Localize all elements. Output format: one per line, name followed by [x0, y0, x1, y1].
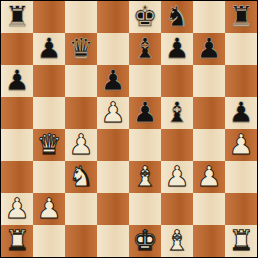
black-pawn[interactable]: ♟: [132, 97, 157, 129]
square-c3[interactable]: ♞: [65, 161, 97, 193]
square-e7[interactable]: ♝: [129, 33, 161, 65]
white-bishop[interactable]: ♝: [164, 225, 189, 257]
square-h5[interactable]: ♟: [225, 97, 257, 129]
square-g3[interactable]: ♟: [193, 161, 225, 193]
square-a5[interactable]: [1, 97, 33, 129]
black-pawn[interactable]: ♟: [100, 65, 125, 97]
black-queen[interactable]: ♛: [68, 33, 93, 65]
square-c8[interactable]: [65, 1, 97, 33]
square-h7[interactable]: [225, 33, 257, 65]
square-d5[interactable]: ♟: [97, 97, 129, 129]
square-d8[interactable]: [97, 1, 129, 33]
square-e8[interactable]: ♚: [129, 1, 161, 33]
square-g1[interactable]: [193, 225, 225, 257]
black-bishop[interactable]: ♝: [132, 33, 157, 65]
black-king[interactable]: ♚: [132, 1, 157, 33]
square-g4[interactable]: [193, 129, 225, 161]
black-rook[interactable]: ♜: [228, 1, 253, 33]
black-rook[interactable]: ♜: [4, 1, 29, 33]
square-e6[interactable]: [129, 65, 161, 97]
square-f7[interactable]: ♟: [161, 33, 193, 65]
square-e4[interactable]: [129, 129, 161, 161]
square-c2[interactable]: [65, 193, 97, 225]
square-f3[interactable]: ♟: [161, 161, 193, 193]
square-b1[interactable]: [33, 225, 65, 257]
black-pawn[interactable]: ♟: [164, 33, 189, 65]
square-d6[interactable]: ♟: [97, 65, 129, 97]
square-b6[interactable]: [33, 65, 65, 97]
white-king[interactable]: ♚: [132, 225, 157, 257]
square-g5[interactable]: [193, 97, 225, 129]
board-grid: ♜♚♞♜♟♛♝♟♟♟♟♟♟♝♟♛♟♟♞♝♟♟♟♟♜♚♝♜: [1, 1, 257, 257]
square-e2[interactable]: [129, 193, 161, 225]
square-b5[interactable]: [33, 97, 65, 129]
square-g8[interactable]: [193, 1, 225, 33]
square-d7[interactable]: [97, 33, 129, 65]
black-pawn[interactable]: ♟: [4, 65, 29, 97]
square-c6[interactable]: [65, 65, 97, 97]
white-pawn[interactable]: ♟: [228, 129, 253, 161]
square-f1[interactable]: ♝: [161, 225, 193, 257]
square-d4[interactable]: [97, 129, 129, 161]
white-pawn[interactable]: ♟: [164, 161, 189, 193]
white-pawn[interactable]: ♟: [36, 193, 61, 225]
square-c7[interactable]: ♛: [65, 33, 97, 65]
square-e5[interactable]: ♟: [129, 97, 161, 129]
black-pawn[interactable]: ♟: [36, 33, 61, 65]
square-d3[interactable]: [97, 161, 129, 193]
white-pawn[interactable]: ♟: [100, 97, 125, 129]
square-a2[interactable]: ♟: [1, 193, 33, 225]
square-c5[interactable]: [65, 97, 97, 129]
white-rook[interactable]: ♜: [228, 225, 253, 257]
square-e1[interactable]: ♚: [129, 225, 161, 257]
black-pawn[interactable]: ♟: [228, 97, 253, 129]
square-h8[interactable]: ♜: [225, 1, 257, 33]
square-c4[interactable]: ♟: [65, 129, 97, 161]
square-f8[interactable]: ♞: [161, 1, 193, 33]
square-b8[interactable]: [33, 1, 65, 33]
square-f5[interactable]: ♝: [161, 97, 193, 129]
white-rook[interactable]: ♜: [4, 225, 29, 257]
square-a6[interactable]: ♟: [1, 65, 33, 97]
square-h4[interactable]: ♟: [225, 129, 257, 161]
black-knight[interactable]: ♞: [164, 1, 189, 33]
white-knight[interactable]: ♞: [68, 161, 93, 193]
square-a7[interactable]: [1, 33, 33, 65]
square-f2[interactable]: [161, 193, 193, 225]
white-bishop[interactable]: ♝: [132, 161, 157, 193]
square-a4[interactable]: [1, 129, 33, 161]
square-h6[interactable]: [225, 65, 257, 97]
white-pawn[interactable]: ♟: [196, 161, 221, 193]
square-f4[interactable]: [161, 129, 193, 161]
black-bishop[interactable]: ♝: [164, 97, 189, 129]
square-b3[interactable]: [33, 161, 65, 193]
square-h1[interactable]: ♜: [225, 225, 257, 257]
square-e3[interactable]: ♝: [129, 161, 161, 193]
square-g6[interactable]: [193, 65, 225, 97]
white-pawn[interactable]: ♟: [4, 193, 29, 225]
square-g2[interactable]: [193, 193, 225, 225]
square-a1[interactable]: ♜: [1, 225, 33, 257]
square-b7[interactable]: ♟: [33, 33, 65, 65]
white-pawn[interactable]: ♟: [68, 129, 93, 161]
white-queen[interactable]: ♛: [36, 129, 61, 161]
chess-board: ♜♚♞♜♟♛♝♟♟♟♟♟♟♝♟♛♟♟♞♝♟♟♟♟♜♚♝♜: [0, 0, 258, 258]
square-d1[interactable]: [97, 225, 129, 257]
square-a3[interactable]: [1, 161, 33, 193]
square-f6[interactable]: [161, 65, 193, 97]
square-b2[interactable]: ♟: [33, 193, 65, 225]
square-a8[interactable]: ♜: [1, 1, 33, 33]
square-d2[interactable]: [97, 193, 129, 225]
square-g7[interactable]: ♟: [193, 33, 225, 65]
square-h2[interactable]: [225, 193, 257, 225]
square-b4[interactable]: ♛: [33, 129, 65, 161]
square-c1[interactable]: [65, 225, 97, 257]
square-h3[interactable]: [225, 161, 257, 193]
black-pawn[interactable]: ♟: [196, 33, 221, 65]
